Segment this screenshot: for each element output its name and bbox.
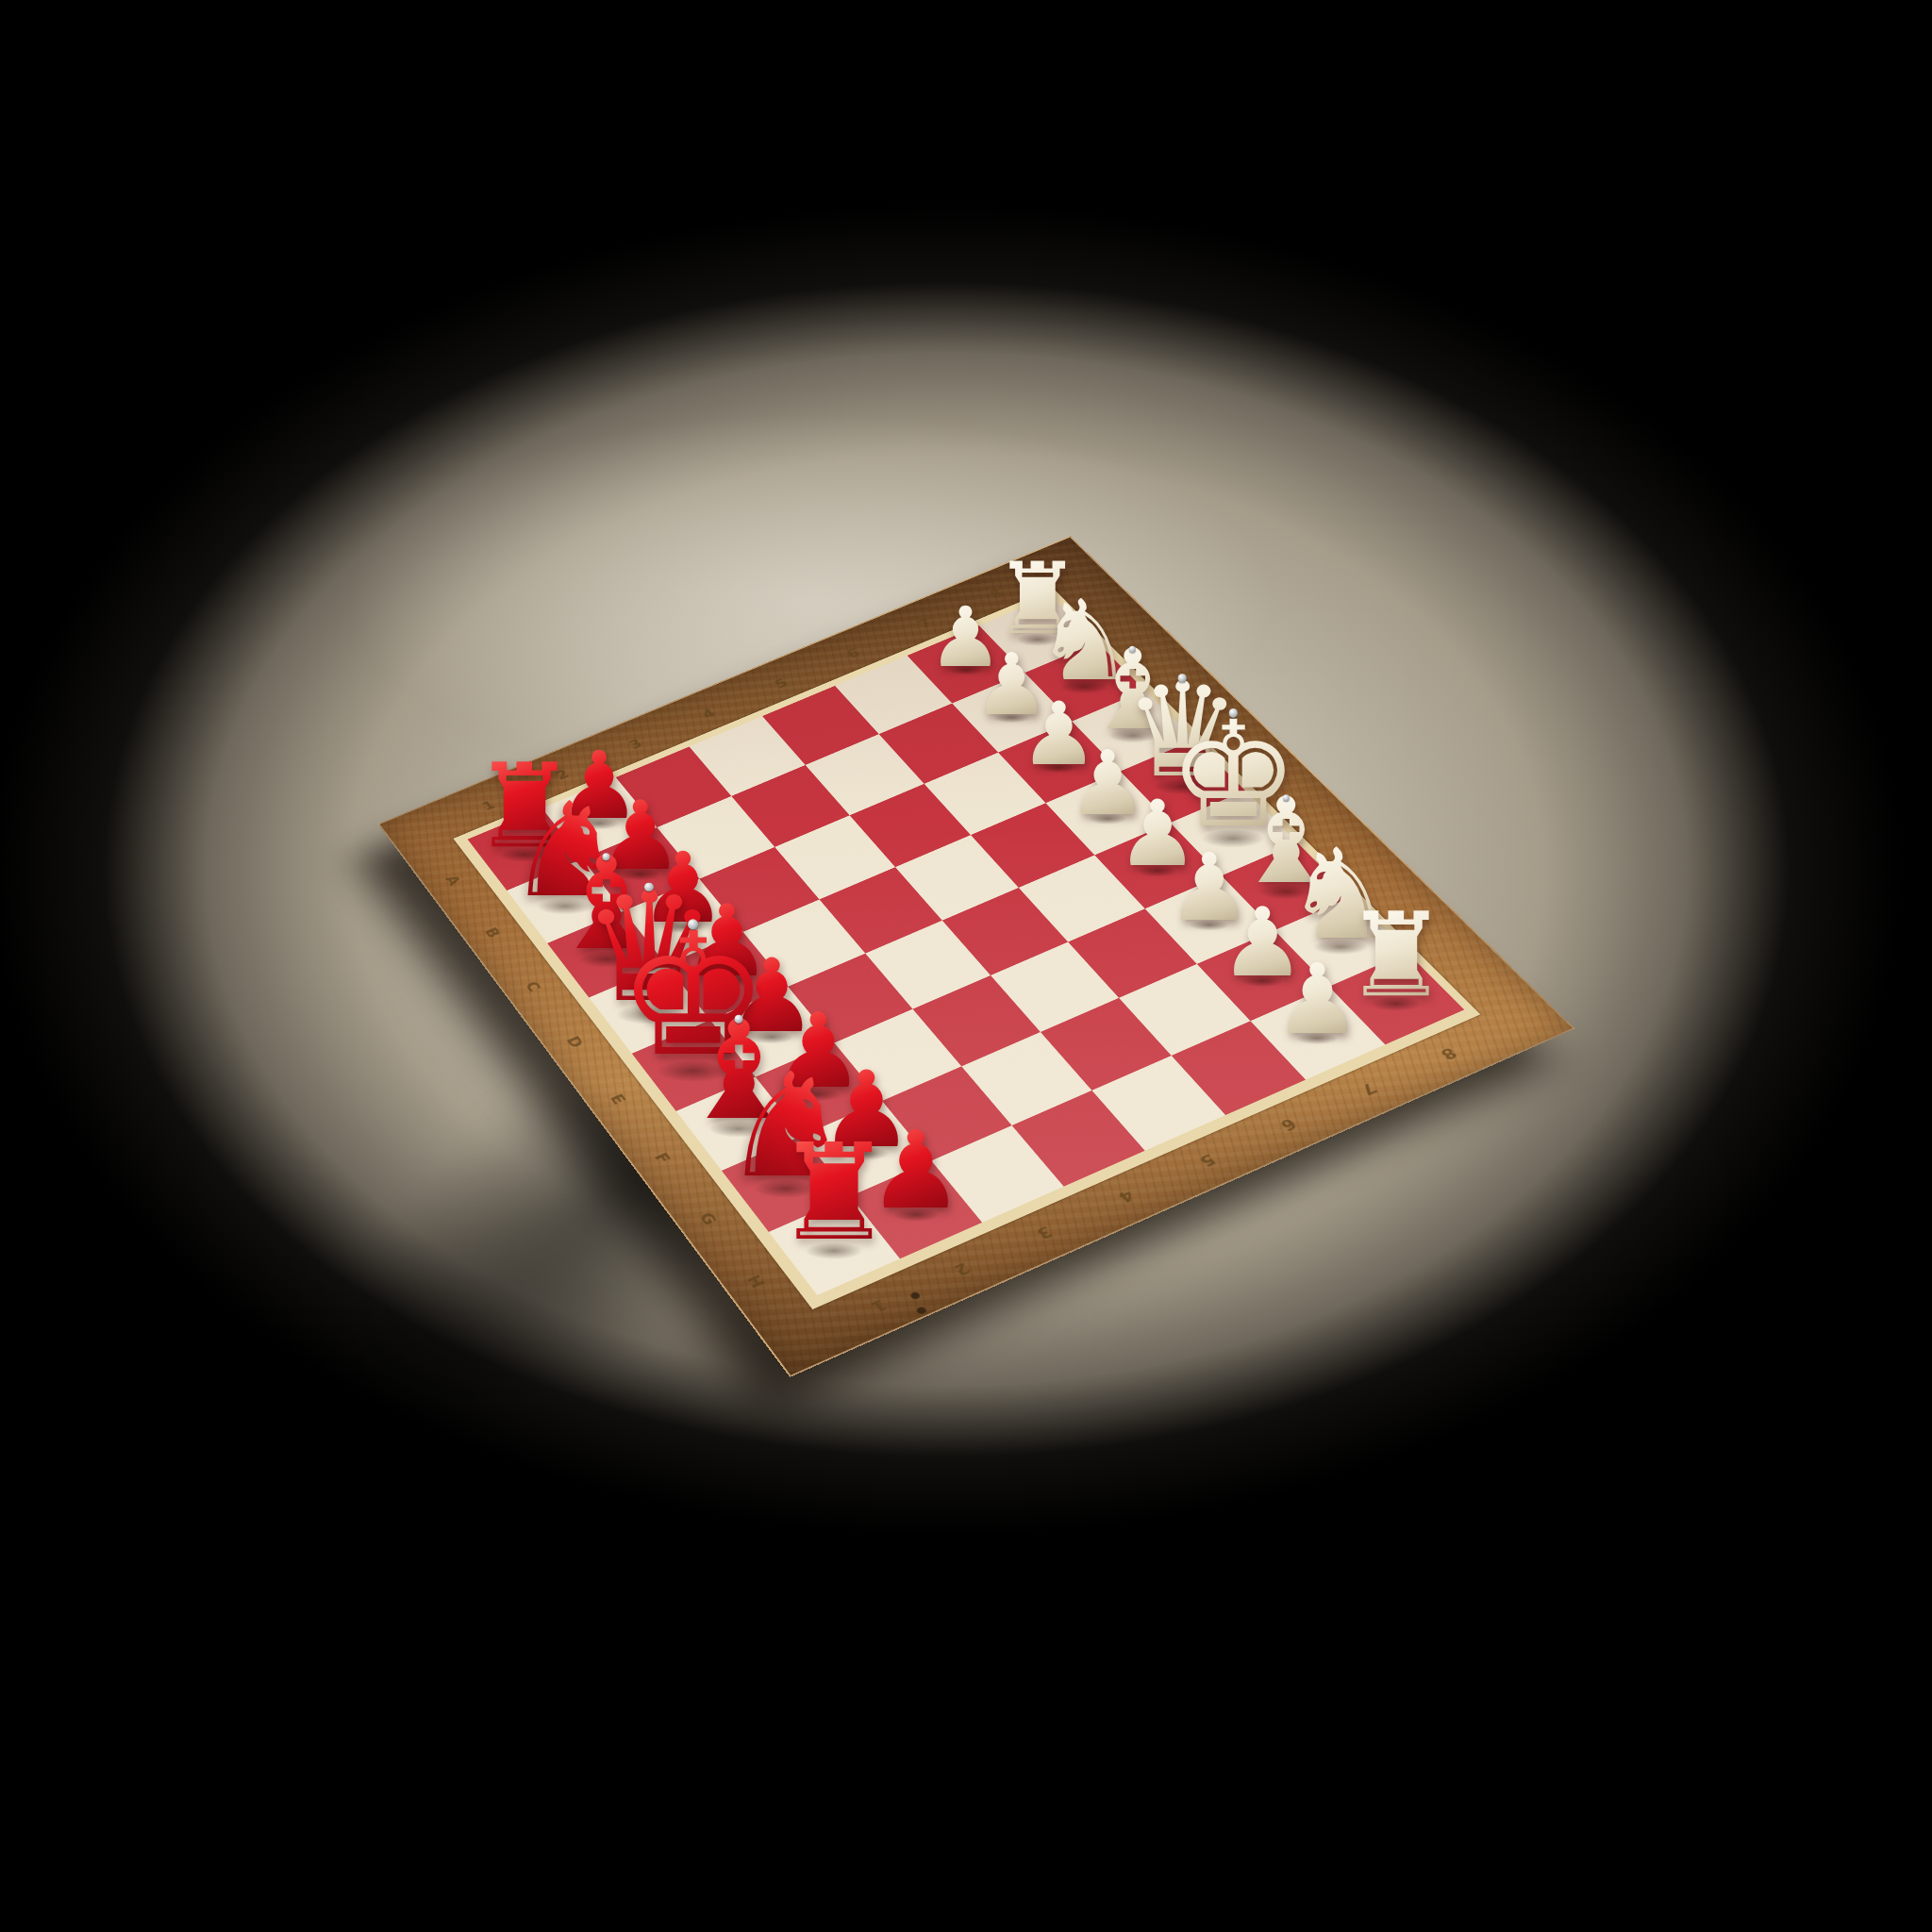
frame-pin-dot xyxy=(915,1306,927,1315)
red-rook-h1[interactable]: ♜ xyxy=(774,1127,894,1261)
silver-finial xyxy=(644,882,654,891)
ivory-pawn-h7[interactable]: ♟ xyxy=(1274,951,1360,1048)
chess-set-product-photo: 88A77B66C55D44E33F22G11H ♜♟♞♟♝♟♛♟♟♚♜♟♟♝♞… xyxy=(0,0,1932,1932)
silver-finial xyxy=(735,1015,743,1024)
silver-finial xyxy=(1283,794,1291,802)
silver-finial xyxy=(688,919,698,929)
silver-finial xyxy=(1129,646,1136,653)
frame-pin-dot xyxy=(909,1291,922,1301)
